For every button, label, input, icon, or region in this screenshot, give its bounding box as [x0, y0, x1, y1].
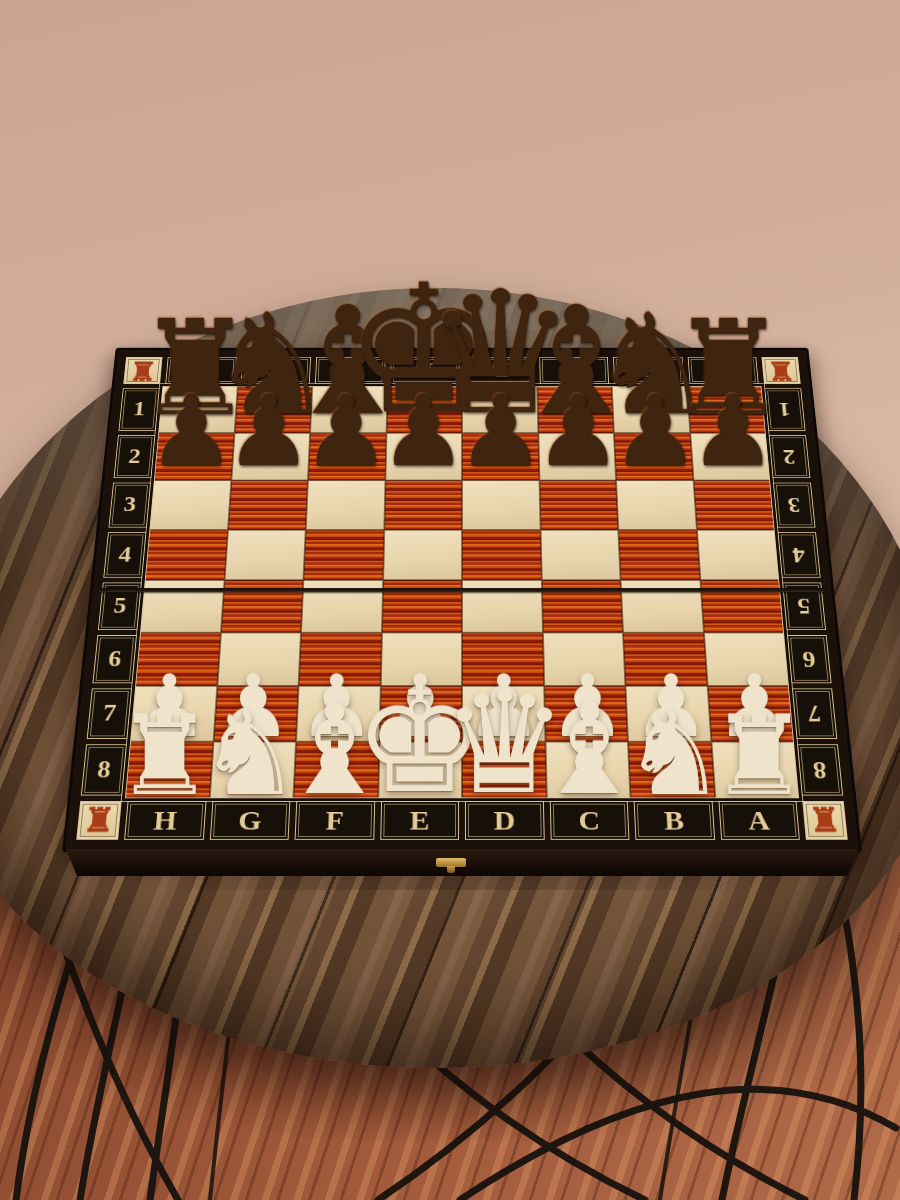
rook-icon: ♜	[81, 801, 117, 840]
board-hinge	[99, 588, 825, 592]
rank-label-6-left: 6	[92, 635, 137, 684]
piece-dark-pawn-f2[interactable]: ♟	[302, 383, 389, 480]
brass-clasp	[436, 858, 466, 867]
square-f4[interactable]	[303, 529, 383, 580]
board-side-edge	[66, 849, 858, 876]
rank-label-3-left: 3	[109, 483, 151, 527]
rook-icon: ♜	[807, 801, 843, 840]
square-c4[interactable]	[540, 529, 620, 580]
rank-label-3-right: 3	[773, 483, 815, 527]
square-a4[interactable]	[696, 529, 779, 580]
piece-dark-pawn-a2[interactable]: ♟	[689, 383, 776, 480]
piece-light-rook-a8[interactable]: ♜	[710, 702, 808, 811]
square-h4[interactable]	[145, 529, 228, 580]
rank-label-4-right: 4	[778, 532, 821, 578]
square-g4[interactable]	[224, 529, 306, 580]
piece-dark-pawn-e2[interactable]: ♟	[380, 383, 467, 480]
piece-dark-pawn-c2[interactable]: ♟	[534, 383, 621, 480]
square-b4[interactable]	[618, 529, 700, 580]
corner-rook-icon: ♜	[802, 801, 847, 840]
square-d4[interactable]	[462, 529, 541, 580]
rank-label-6-right: 6	[787, 635, 832, 684]
piece-dark-pawn-h2[interactable]: ♟	[148, 383, 235, 480]
rank-label-4-left: 4	[103, 532, 146, 578]
piece-dark-pawn-d2[interactable]: ♟	[457, 383, 544, 480]
square-e4[interactable]	[383, 529, 462, 580]
piece-dark-pawn-g2[interactable]: ♟	[225, 383, 312, 480]
piece-dark-pawn-b2[interactable]: ♟	[612, 383, 699, 480]
